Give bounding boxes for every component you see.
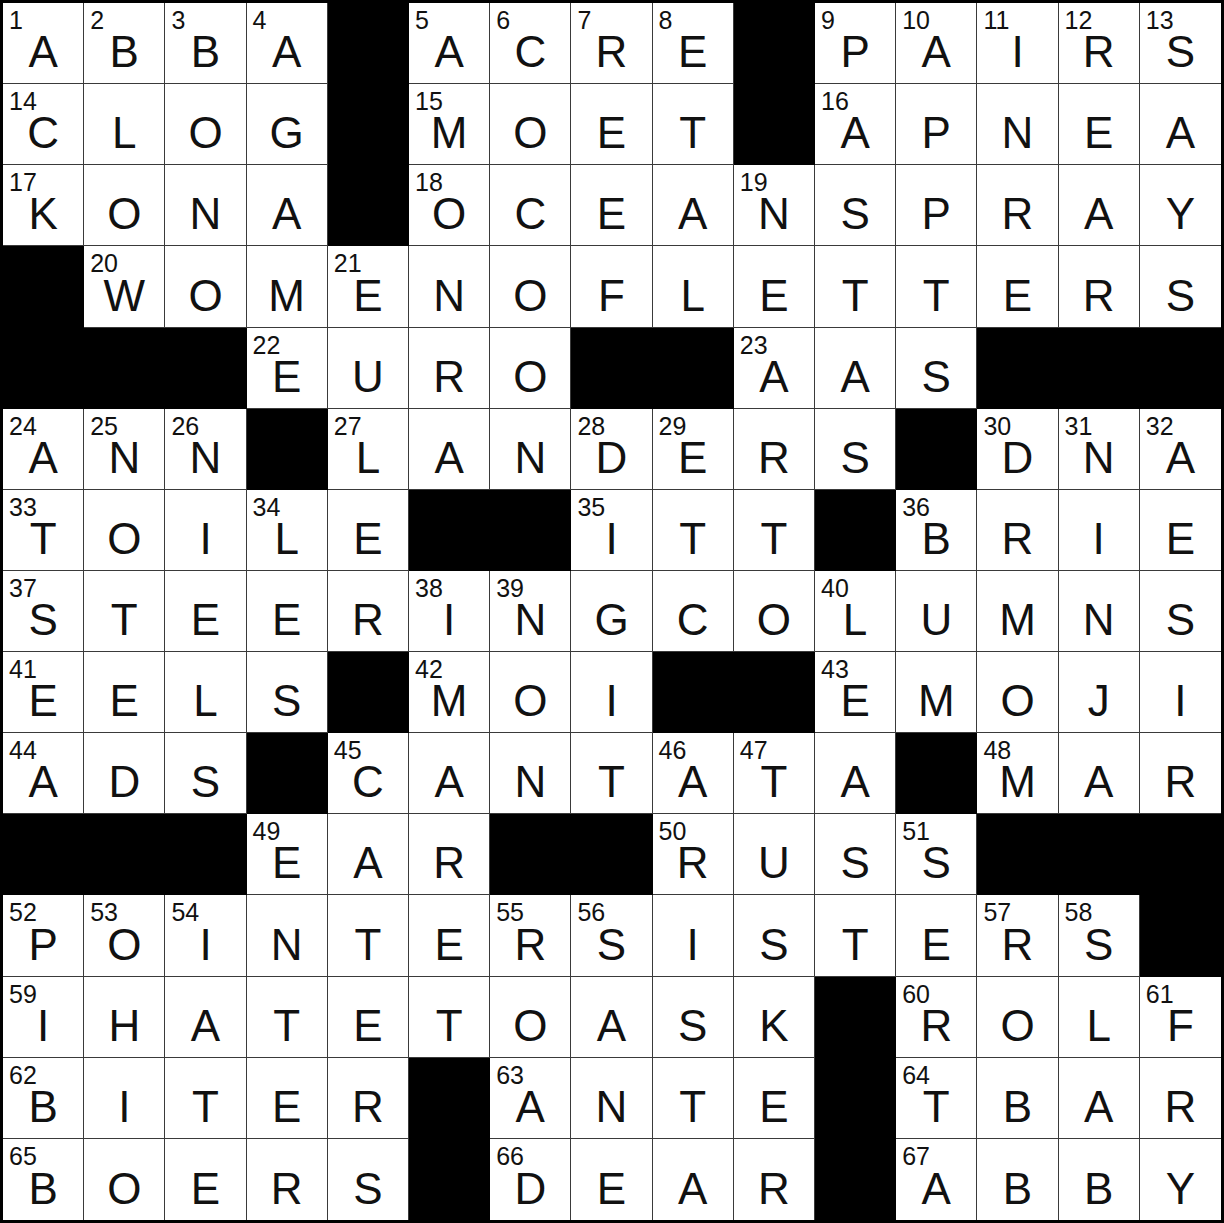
cell-r4c10[interactable]: E bbox=[734, 246, 815, 327]
cell-r13c3[interactable]: A bbox=[165, 977, 246, 1058]
cell-r7c15[interactable]: E bbox=[1140, 490, 1221, 571]
cell-letter: R bbox=[1140, 760, 1221, 804]
cell-letter: B bbox=[977, 1085, 1057, 1129]
cell-r10c6[interactable]: A bbox=[409, 733, 490, 814]
cell-r4c14[interactable]: R bbox=[1059, 246, 1140, 327]
cell-r9c11[interactable]: 43E bbox=[815, 652, 896, 733]
cell-r15c1[interactable]: 65B bbox=[3, 1139, 84, 1220]
cell-r11c7 bbox=[490, 814, 571, 895]
cell-r5c4[interactable]: 22E bbox=[247, 328, 328, 409]
cell-r3c10[interactable]: 19N bbox=[734, 165, 815, 246]
cell-r9c1[interactable]: 41E bbox=[3, 652, 84, 733]
cell-r7c12[interactable]: 36B bbox=[896, 490, 977, 571]
cell-r3c14[interactable]: A bbox=[1059, 165, 1140, 246]
cell-letter: E bbox=[165, 1167, 245, 1211]
cell-r12c2[interactable]: 53O bbox=[84, 895, 165, 976]
cell-r3c12[interactable]: P bbox=[896, 165, 977, 246]
cell-letter: I bbox=[977, 30, 1057, 74]
cell-letter: R bbox=[571, 30, 651, 74]
cell-r15c15[interactable]: Y bbox=[1140, 1139, 1221, 1220]
cell-r1c6[interactable]: 5A bbox=[409, 3, 490, 84]
cell-r13c2[interactable]: H bbox=[84, 977, 165, 1058]
cell-r8c5[interactable]: R bbox=[328, 571, 409, 652]
cell-letter: O bbox=[165, 274, 245, 318]
cell-r15c14[interactable]: B bbox=[1059, 1139, 1140, 1220]
cell-r3c4[interactable]: A bbox=[247, 165, 328, 246]
cell-letter: A bbox=[653, 760, 733, 804]
cell-r11c5[interactable]: A bbox=[328, 814, 409, 895]
cell-letter: N bbox=[1059, 598, 1139, 642]
cell-r2c9[interactable]: T bbox=[653, 84, 734, 165]
cell-r5c6[interactable]: R bbox=[409, 328, 490, 409]
cell-r12c9[interactable]: I bbox=[653, 895, 734, 976]
cell-r10c3[interactable]: S bbox=[165, 733, 246, 814]
cell-letter: A bbox=[896, 30, 976, 74]
cell-letter: I bbox=[165, 923, 245, 967]
cell-letter: N bbox=[1059, 436, 1139, 480]
cell-r4c4[interactable]: M bbox=[247, 246, 328, 327]
cell-r8c3[interactable]: E bbox=[165, 571, 246, 652]
cell-letter: M bbox=[977, 598, 1057, 642]
cell-letter: R bbox=[247, 1167, 327, 1211]
cell-r3c15[interactable]: Y bbox=[1140, 165, 1221, 246]
cell-r15c8[interactable]: E bbox=[571, 1139, 652, 1220]
cell-r10c5[interactable]: 45C bbox=[328, 733, 409, 814]
cell-r13c13[interactable]: O bbox=[977, 977, 1058, 1058]
cell-r8c11[interactable]: 40L bbox=[815, 571, 896, 652]
cell-letter: R bbox=[1059, 274, 1139, 318]
cell-letter: E bbox=[734, 274, 814, 318]
cell-r14c5[interactable]: R bbox=[328, 1058, 409, 1139]
cell-letter: E bbox=[328, 274, 408, 318]
cell-r1c9[interactable]: 8E bbox=[653, 3, 734, 84]
cell-r2c15[interactable]: A bbox=[1140, 84, 1221, 165]
cell-letter: E bbox=[815, 679, 895, 723]
cell-letter: R bbox=[409, 355, 489, 399]
cell-r5c5[interactable]: U bbox=[328, 328, 409, 409]
cell-r14c14[interactable]: A bbox=[1059, 1058, 1140, 1139]
cell-r1c7[interactable]: 6C bbox=[490, 3, 571, 84]
cell-r14c11 bbox=[815, 1058, 896, 1139]
cell-letter: A bbox=[734, 355, 814, 399]
cell-r13c9[interactable]: S bbox=[653, 977, 734, 1058]
cell-r15c2[interactable]: O bbox=[84, 1139, 165, 1220]
cell-letter: E bbox=[734, 1085, 814, 1129]
cell-r5c2 bbox=[84, 328, 165, 409]
cell-r11c6[interactable]: R bbox=[409, 814, 490, 895]
cell-r9c6[interactable]: 42M bbox=[409, 652, 490, 733]
cell-r1c3[interactable]: 3B bbox=[165, 3, 246, 84]
cell-letter: O bbox=[490, 111, 570, 155]
cell-r10c11[interactable]: A bbox=[815, 733, 896, 814]
cell-r9c13[interactable]: O bbox=[977, 652, 1058, 733]
cell-letter: N bbox=[84, 436, 164, 480]
cell-letter: R bbox=[734, 436, 814, 480]
cell-r1c14[interactable]: 12R bbox=[1059, 3, 1140, 84]
cell-letter: E bbox=[247, 598, 327, 642]
cell-r13c15[interactable]: 61F bbox=[1140, 977, 1221, 1058]
cell-r10c1[interactable]: 44A bbox=[3, 733, 84, 814]
cell-r8c8[interactable]: G bbox=[571, 571, 652, 652]
cell-r13c8[interactable]: A bbox=[571, 977, 652, 1058]
cell-r6c9[interactable]: 29E bbox=[653, 409, 734, 490]
cell-r13c14[interactable]: L bbox=[1059, 977, 1140, 1058]
cell-letter: I bbox=[409, 598, 489, 642]
cell-letter: A bbox=[815, 111, 895, 155]
cell-r8c10[interactable]: O bbox=[734, 571, 815, 652]
cell-letter: S bbox=[815, 841, 895, 885]
cell-r11c13 bbox=[977, 814, 1058, 895]
cell-r11c11[interactable]: S bbox=[815, 814, 896, 895]
cell-r9c14[interactable]: J bbox=[1059, 652, 1140, 733]
cell-r9c10 bbox=[734, 652, 815, 733]
cell-r13c5[interactable]: E bbox=[328, 977, 409, 1058]
cell-r14c9[interactable]: T bbox=[653, 1058, 734, 1139]
cell-r7c1[interactable]: 33T bbox=[3, 490, 84, 571]
cell-r10c15[interactable]: R bbox=[1140, 733, 1221, 814]
cell-letter: F bbox=[571, 274, 651, 318]
cell-letter: G bbox=[247, 111, 327, 155]
cell-r7c2[interactable]: O bbox=[84, 490, 165, 571]
cell-letter: M bbox=[977, 760, 1057, 804]
cell-r7c3[interactable]: I bbox=[165, 490, 246, 571]
cell-r1c15[interactable]: 13S bbox=[1140, 3, 1221, 84]
cell-r10c12 bbox=[896, 733, 977, 814]
cell-r7c7 bbox=[490, 490, 571, 571]
cell-r10c2[interactable]: D bbox=[84, 733, 165, 814]
cell-letter: I bbox=[571, 679, 651, 723]
cell-r4c7[interactable]: O bbox=[490, 246, 571, 327]
cell-r2c2[interactable]: L bbox=[84, 84, 165, 165]
cell-letter: C bbox=[328, 760, 408, 804]
cell-r15c13[interactable]: B bbox=[977, 1139, 1058, 1220]
cell-r8c14[interactable]: N bbox=[1059, 571, 1140, 652]
cell-r2c11[interactable]: 16A bbox=[815, 84, 896, 165]
cell-r7c8[interactable]: 35I bbox=[571, 490, 652, 571]
cell-r4c3[interactable]: O bbox=[165, 246, 246, 327]
cell-r4c8[interactable]: F bbox=[571, 246, 652, 327]
cell-r4c13[interactable]: E bbox=[977, 246, 1058, 327]
cell-r8c13[interactable]: M bbox=[977, 571, 1058, 652]
cell-r1c8[interactable]: 7R bbox=[571, 3, 652, 84]
cell-r8c15[interactable]: S bbox=[1140, 571, 1221, 652]
cell-letter: E bbox=[247, 355, 327, 399]
cell-r7c4[interactable]: 34L bbox=[247, 490, 328, 571]
cell-r6c8[interactable]: 28D bbox=[571, 409, 652, 490]
cell-letter: S bbox=[165, 760, 245, 804]
cell-letter: C bbox=[3, 111, 83, 155]
cell-r2c5 bbox=[328, 84, 409, 165]
cell-r9c7[interactable]: O bbox=[490, 652, 571, 733]
cell-letter: U bbox=[734, 841, 814, 885]
cell-letter: D bbox=[571, 436, 651, 480]
cell-r14c12[interactable]: 64T bbox=[896, 1058, 977, 1139]
cell-r5c9 bbox=[653, 328, 734, 409]
cell-letter: T bbox=[815, 923, 895, 967]
cell-letter: A bbox=[247, 30, 327, 74]
cell-r10c13[interactable]: 48M bbox=[977, 733, 1058, 814]
cell-r13c7[interactable]: O bbox=[490, 977, 571, 1058]
cell-letter: S bbox=[1140, 598, 1221, 642]
cell-r9c12[interactable]: M bbox=[896, 652, 977, 733]
cell-r14c10[interactable]: E bbox=[734, 1058, 815, 1139]
cell-letter: N bbox=[165, 436, 245, 480]
cell-r15c11 bbox=[815, 1139, 896, 1220]
cell-r14c15[interactable]: R bbox=[1140, 1058, 1221, 1139]
cell-r12c4[interactable]: N bbox=[247, 895, 328, 976]
cell-r2c6[interactable]: 15M bbox=[409, 84, 490, 165]
cell-r12c10[interactable]: S bbox=[734, 895, 815, 976]
cell-r15c5[interactable]: S bbox=[328, 1139, 409, 1220]
cell-r2c4[interactable]: G bbox=[247, 84, 328, 165]
cell-r11c8 bbox=[571, 814, 652, 895]
cell-letter: E bbox=[653, 436, 733, 480]
cell-letter: O bbox=[84, 517, 164, 561]
cell-r14c8[interactable]: N bbox=[571, 1058, 652, 1139]
cell-r10c9[interactable]: 46A bbox=[653, 733, 734, 814]
cell-r15c12[interactable]: 67A bbox=[896, 1139, 977, 1220]
cell-r14c7[interactable]: 63A bbox=[490, 1058, 571, 1139]
cell-r8c7[interactable]: 39N bbox=[490, 571, 571, 652]
cell-r5c10[interactable]: 23A bbox=[734, 328, 815, 409]
cell-letter: S bbox=[1140, 30, 1221, 74]
cell-r11c15 bbox=[1140, 814, 1221, 895]
cell-r12c3[interactable]: 54I bbox=[165, 895, 246, 976]
cell-r1c5 bbox=[328, 3, 409, 84]
cell-r15c3[interactable]: E bbox=[165, 1139, 246, 1220]
cell-r10c10[interactable]: 47T bbox=[734, 733, 815, 814]
cell-letter: E bbox=[247, 1085, 327, 1129]
cell-r12c1[interactable]: 52P bbox=[3, 895, 84, 976]
cell-letter: G bbox=[571, 598, 651, 642]
cell-r12c8[interactable]: 56S bbox=[571, 895, 652, 976]
cell-r12c11[interactable]: T bbox=[815, 895, 896, 976]
cell-letter: A bbox=[571, 1004, 651, 1048]
cell-r10c7[interactable]: N bbox=[490, 733, 571, 814]
cell-letter: S bbox=[653, 1004, 733, 1048]
cell-r4c5[interactable]: 21E bbox=[328, 246, 409, 327]
cell-r1c10 bbox=[734, 3, 815, 84]
cell-r9c3[interactable]: L bbox=[165, 652, 246, 733]
cell-r7c14[interactable]: I bbox=[1059, 490, 1140, 571]
cell-r14c3[interactable]: T bbox=[165, 1058, 246, 1139]
cell-letter: P bbox=[3, 923, 83, 967]
cell-r11c10[interactable]: U bbox=[734, 814, 815, 895]
cell-r11c14 bbox=[1059, 814, 1140, 895]
cell-r6c11[interactable]: S bbox=[815, 409, 896, 490]
cell-r6c2[interactable]: 25N bbox=[84, 409, 165, 490]
cell-r2c13[interactable]: N bbox=[977, 84, 1058, 165]
cell-r11c4[interactable]: 49E bbox=[247, 814, 328, 895]
cell-r3c5 bbox=[328, 165, 409, 246]
cell-letter: O bbox=[734, 598, 814, 642]
cell-letter: O bbox=[490, 355, 570, 399]
cell-r5c12[interactable]: S bbox=[896, 328, 977, 409]
cell-r3c8[interactable]: E bbox=[571, 165, 652, 246]
cell-r3c13[interactable]: R bbox=[977, 165, 1058, 246]
cell-r8c6[interactable]: 38I bbox=[409, 571, 490, 652]
cell-r3c7[interactable]: C bbox=[490, 165, 571, 246]
cell-letter: A bbox=[165, 1004, 245, 1048]
cell-letter: A bbox=[653, 192, 733, 236]
cell-letter: E bbox=[896, 923, 976, 967]
cell-letter: R bbox=[734, 1167, 814, 1211]
cell-letter: B bbox=[165, 30, 245, 74]
cell-r3c2[interactable]: O bbox=[84, 165, 165, 246]
cell-r14c13[interactable]: B bbox=[977, 1058, 1058, 1139]
cell-letter: O bbox=[84, 192, 164, 236]
cell-r3c9[interactable]: A bbox=[653, 165, 734, 246]
cell-r9c4[interactable]: S bbox=[247, 652, 328, 733]
cell-r15c9[interactable]: A bbox=[653, 1139, 734, 1220]
cell-letter: O bbox=[84, 1167, 164, 1211]
cell-r5c14 bbox=[1059, 328, 1140, 409]
cell-r7c10[interactable]: T bbox=[734, 490, 815, 571]
cell-r2c12[interactable]: P bbox=[896, 84, 977, 165]
cell-r1c12[interactable]: 10A bbox=[896, 3, 977, 84]
cell-r2c1[interactable]: 14C bbox=[3, 84, 84, 165]
cell-letter: N bbox=[409, 274, 489, 318]
cell-r3c11[interactable]: S bbox=[815, 165, 896, 246]
cell-letter: I bbox=[571, 517, 651, 561]
cell-letter: T bbox=[165, 1085, 245, 1129]
cell-r15c10[interactable]: R bbox=[734, 1139, 815, 1220]
cell-r5c13 bbox=[977, 328, 1058, 409]
cell-r9c2[interactable]: E bbox=[84, 652, 165, 733]
cell-r2c8[interactable]: E bbox=[571, 84, 652, 165]
cell-r3c3[interactable]: N bbox=[165, 165, 246, 246]
cell-letter: M bbox=[896, 679, 976, 723]
cell-r14c4[interactable]: E bbox=[247, 1058, 328, 1139]
cell-r8c9[interactable]: C bbox=[653, 571, 734, 652]
cell-r13c12[interactable]: 60R bbox=[896, 977, 977, 1058]
cell-letter: N bbox=[490, 598, 570, 642]
cell-r4c6[interactable]: N bbox=[409, 246, 490, 327]
cell-r5c11[interactable]: A bbox=[815, 328, 896, 409]
cell-r9c15[interactable]: I bbox=[1140, 652, 1221, 733]
cell-r11c9[interactable]: 50R bbox=[653, 814, 734, 895]
cell-r6c3[interactable]: 26N bbox=[165, 409, 246, 490]
cell-letter: T bbox=[896, 274, 976, 318]
cell-letter: E bbox=[165, 598, 245, 642]
cell-r15c4[interactable]: R bbox=[247, 1139, 328, 1220]
cell-r7c5[interactable]: E bbox=[328, 490, 409, 571]
cell-r12c5[interactable]: T bbox=[328, 895, 409, 976]
cell-r14c2[interactable]: I bbox=[84, 1058, 165, 1139]
cell-letter: C bbox=[490, 30, 570, 74]
cell-r2c3[interactable]: O bbox=[165, 84, 246, 165]
cell-letter: A bbox=[815, 355, 895, 399]
cell-r6c14[interactable]: 31N bbox=[1059, 409, 1140, 490]
cell-r4c12[interactable]: T bbox=[896, 246, 977, 327]
cell-r14c1[interactable]: 62B bbox=[3, 1058, 84, 1139]
cell-letter: L bbox=[815, 598, 895, 642]
cell-r13c6[interactable]: T bbox=[409, 977, 490, 1058]
cell-letter: E bbox=[328, 1004, 408, 1048]
cell-r12c7[interactable]: 55R bbox=[490, 895, 571, 976]
cell-r6c13[interactable]: 30D bbox=[977, 409, 1058, 490]
cell-r6c6[interactable]: A bbox=[409, 409, 490, 490]
cell-r4c2[interactable]: 20W bbox=[84, 246, 165, 327]
cell-r7c13[interactable]: R bbox=[977, 490, 1058, 571]
cell-r10c14[interactable]: A bbox=[1059, 733, 1140, 814]
cell-r12c6[interactable]: E bbox=[409, 895, 490, 976]
cell-r1c4[interactable]: 4A bbox=[247, 3, 328, 84]
cell-r11c12[interactable]: 51S bbox=[896, 814, 977, 895]
cell-r6c12 bbox=[896, 409, 977, 490]
cell-letter: E bbox=[571, 111, 651, 155]
cell-letter: T bbox=[653, 111, 733, 155]
cell-letter: A bbox=[896, 1167, 976, 1211]
cell-letter: R bbox=[977, 923, 1057, 967]
cell-letter: S bbox=[1059, 923, 1139, 967]
cell-letter: S bbox=[896, 841, 976, 885]
cell-r2c14[interactable]: E bbox=[1059, 84, 1140, 165]
cell-r13c11 bbox=[815, 977, 896, 1058]
cell-letter: A bbox=[409, 30, 489, 74]
cell-letter: R bbox=[328, 598, 408, 642]
cell-letter: I bbox=[84, 1085, 164, 1129]
cell-r12c13[interactable]: 57R bbox=[977, 895, 1058, 976]
cell-letter: O bbox=[977, 679, 1057, 723]
cell-r6c5[interactable]: 27L bbox=[328, 409, 409, 490]
cell-r6c7[interactable]: N bbox=[490, 409, 571, 490]
cell-r3c6[interactable]: 18O bbox=[409, 165, 490, 246]
cell-letter: E bbox=[409, 923, 489, 967]
cell-letter: N bbox=[734, 192, 814, 236]
cell-r5c7[interactable]: O bbox=[490, 328, 571, 409]
cell-r13c1[interactable]: 59I bbox=[3, 977, 84, 1058]
cell-r2c7[interactable]: O bbox=[490, 84, 571, 165]
cell-letter: S bbox=[247, 679, 327, 723]
cell-r7c9[interactable]: T bbox=[653, 490, 734, 571]
cell-r11c3 bbox=[165, 814, 246, 895]
cell-r4c11[interactable]: T bbox=[815, 246, 896, 327]
cell-letter: D bbox=[84, 760, 164, 804]
cell-r4c9[interactable]: L bbox=[653, 246, 734, 327]
cell-r10c8[interactable]: T bbox=[571, 733, 652, 814]
cell-letter: A bbox=[490, 1085, 570, 1129]
cell-r1c13[interactable]: 11I bbox=[977, 3, 1058, 84]
cell-letter: S bbox=[896, 355, 976, 399]
cell-r1c11[interactable]: 9P bbox=[815, 3, 896, 84]
cell-letter: T bbox=[653, 517, 733, 561]
cell-r8c12[interactable]: U bbox=[896, 571, 977, 652]
cell-r6c1[interactable]: 24A bbox=[3, 409, 84, 490]
cell-r13c4[interactable]: T bbox=[247, 977, 328, 1058]
cell-r1c2[interactable]: 2B bbox=[84, 3, 165, 84]
cell-r8c4[interactable]: E bbox=[247, 571, 328, 652]
cell-r1c1[interactable]: 1A bbox=[3, 3, 84, 84]
cell-r12c14[interactable]: 58S bbox=[1059, 895, 1140, 976]
cell-r6c15[interactable]: 32A bbox=[1140, 409, 1221, 490]
cell-r6c10[interactable]: R bbox=[734, 409, 815, 490]
cell-r7c11 bbox=[815, 490, 896, 571]
cell-r3c1[interactable]: 17K bbox=[3, 165, 84, 246]
cell-r4c1 bbox=[3, 246, 84, 327]
cell-letter: T bbox=[896, 1085, 976, 1129]
cell-letter: M bbox=[247, 274, 327, 318]
cell-r13c10[interactable]: K bbox=[734, 977, 815, 1058]
cell-r15c7[interactable]: 66D bbox=[490, 1139, 571, 1220]
cell-r8c2[interactable]: T bbox=[84, 571, 165, 652]
cell-letter: O bbox=[165, 111, 245, 155]
cell-r9c8[interactable]: I bbox=[571, 652, 652, 733]
cell-r12c12[interactable]: E bbox=[896, 895, 977, 976]
cell-r4c15[interactable]: S bbox=[1140, 246, 1221, 327]
cell-r8c1[interactable]: 37S bbox=[3, 571, 84, 652]
cell-letter: N bbox=[571, 1085, 651, 1129]
